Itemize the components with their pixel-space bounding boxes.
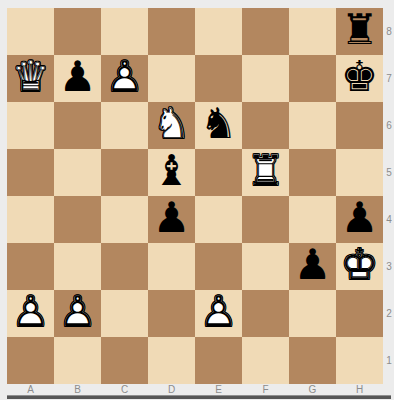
piece-white-king-h3[interactable]: ♚♔ (336, 243, 383, 290)
piece-white-pawn-a2[interactable]: ♟♙ (7, 290, 54, 337)
rank-labels: 87654321 (384, 8, 394, 384)
square-a1[interactable] (7, 337, 54, 384)
square-a8[interactable] (7, 8, 54, 55)
square-g4[interactable] (289, 196, 336, 243)
piece-white-pawn-e2[interactable]: ♟♙ (195, 290, 242, 337)
rank-label-8: 8 (384, 8, 394, 55)
square-b3[interactable] (54, 243, 101, 290)
square-b8[interactable] (54, 8, 101, 55)
square-g6[interactable] (289, 102, 336, 149)
square-a5[interactable] (7, 149, 54, 196)
square-c3[interactable] (101, 243, 148, 290)
file-label-e: E (195, 384, 242, 395)
rank-label-2: 2 (384, 290, 394, 337)
file-label-f: F (242, 384, 289, 395)
square-d5[interactable]: ♝ (148, 149, 195, 196)
rank-label-4: 4 (384, 196, 394, 243)
square-d7[interactable] (148, 55, 195, 102)
square-g8[interactable] (289, 8, 336, 55)
square-e7[interactable] (195, 55, 242, 102)
piece-black-pawn-b7[interactable]: ♟ (54, 55, 101, 102)
piece-glyph-outline: ♔ (341, 243, 379, 285)
square-h8[interactable]: ♜ (336, 8, 383, 55)
square-d2[interactable] (148, 290, 195, 337)
square-e5[interactable] (195, 149, 242, 196)
square-a2[interactable]: ♟♙ (7, 290, 54, 337)
file-label-h: H (336, 384, 383, 395)
square-g1[interactable] (289, 337, 336, 384)
square-e3[interactable] (195, 243, 242, 290)
piece-black-rook-h8[interactable]: ♜ (336, 8, 383, 55)
piece-glyph: ♝ (153, 149, 191, 191)
square-f1[interactable] (242, 337, 289, 384)
square-c2[interactable] (101, 290, 148, 337)
piece-white-pawn-b2[interactable]: ♟♙ (54, 290, 101, 337)
square-c6[interactable] (101, 102, 148, 149)
square-g5[interactable] (289, 149, 336, 196)
square-c4[interactable] (101, 196, 148, 243)
piece-glyph: ♞ (200, 102, 238, 144)
square-e1[interactable] (195, 337, 242, 384)
square-f2[interactable] (242, 290, 289, 337)
square-d6[interactable]: ♞♘ (148, 102, 195, 149)
square-g7[interactable] (289, 55, 336, 102)
piece-glyph: ♟ (153, 196, 191, 238)
square-a6[interactable] (7, 102, 54, 149)
square-e2[interactable]: ♟♙ (195, 290, 242, 337)
piece-glyph-outline: ♙ (12, 290, 50, 332)
piece-glyph: ♜ (341, 8, 379, 50)
piece-white-pawn-c7[interactable]: ♟♙ (101, 55, 148, 102)
piece-black-pawn-d4[interactable]: ♟ (148, 196, 195, 243)
piece-black-bishop-d5[interactable]: ♝ (148, 149, 195, 196)
square-d3[interactable] (148, 243, 195, 290)
square-d4[interactable]: ♟ (148, 196, 195, 243)
chess-page: ♜♛♕♟♟♙♚♞♘♞♝♜♖♟♟♟♚♔♟♙♟♙♟♙ 87654321 ABCDEF… (0, 0, 394, 400)
square-e4[interactable] (195, 196, 242, 243)
square-g3[interactable]: ♟ (289, 243, 336, 290)
square-d1[interactable] (148, 337, 195, 384)
rank-label-7: 7 (384, 55, 394, 102)
square-f8[interactable] (242, 8, 289, 55)
square-g2[interactable] (289, 290, 336, 337)
piece-glyph-outline: ♕ (12, 55, 50, 97)
file-label-a: A (7, 384, 54, 395)
square-c7[interactable]: ♟♙ (101, 55, 148, 102)
piece-white-queen-a7[interactable]: ♛♕ (7, 55, 54, 102)
file-label-g: G (289, 384, 336, 395)
rank-label-3: 3 (384, 243, 394, 290)
square-f5[interactable]: ♜♖ (242, 149, 289, 196)
square-f7[interactable] (242, 55, 289, 102)
square-h2[interactable] (336, 290, 383, 337)
file-label-b: B (54, 384, 101, 395)
piece-glyph: ♟ (294, 243, 332, 285)
file-label-c: C (101, 384, 148, 395)
square-a4[interactable] (7, 196, 54, 243)
square-c8[interactable] (101, 8, 148, 55)
square-h6[interactable] (336, 102, 383, 149)
square-b5[interactable] (54, 149, 101, 196)
piece-glyph-outline: ♙ (200, 290, 238, 332)
rank-label-1: 1 (384, 337, 394, 384)
piece-glyph: ♚ (341, 55, 379, 97)
piece-white-rook-f5[interactable]: ♜♖ (242, 149, 289, 196)
square-b4[interactable] (54, 196, 101, 243)
rank-label-5: 5 (384, 149, 394, 196)
rank-label-6: 6 (384, 102, 394, 149)
horizontal-scrollbar[interactable] (7, 395, 391, 399)
square-c1[interactable] (101, 337, 148, 384)
square-b6[interactable] (54, 102, 101, 149)
square-h3[interactable]: ♚♔ (336, 243, 383, 290)
piece-glyph: ♟ (341, 196, 379, 238)
square-a3[interactable] (7, 243, 54, 290)
square-f3[interactable] (242, 243, 289, 290)
square-d8[interactable] (148, 8, 195, 55)
piece-white-knight-d6[interactable]: ♞♘ (148, 102, 195, 149)
square-c5[interactable] (101, 149, 148, 196)
square-h4[interactable]: ♟ (336, 196, 383, 243)
piece-glyph: ♟ (59, 55, 97, 97)
piece-glyph-outline: ♙ (106, 55, 144, 97)
square-h7[interactable]: ♚ (336, 55, 383, 102)
file-label-d: D (148, 384, 195, 395)
square-e6[interactable]: ♞ (195, 102, 242, 149)
square-b1[interactable] (54, 337, 101, 384)
piece-black-king-h7[interactable]: ♚ (336, 55, 383, 102)
square-f4[interactable] (242, 196, 289, 243)
piece-black-knight-e6[interactable]: ♞ (195, 102, 242, 149)
chess-board: ♜♛♕♟♟♙♚♞♘♞♝♜♖♟♟♟♚♔♟♙♟♙♟♙ (7, 8, 383, 384)
square-b2[interactable]: ♟♙ (54, 290, 101, 337)
square-h1[interactable] (336, 337, 383, 384)
square-b7[interactable]: ♟ (54, 55, 101, 102)
piece-black-pawn-g3[interactable]: ♟ (289, 243, 336, 290)
square-h5[interactable] (336, 149, 383, 196)
piece-glyph-outline: ♘ (153, 102, 191, 144)
file-labels: ABCDEFGH (7, 384, 383, 395)
square-e8[interactable] (195, 8, 242, 55)
square-f6[interactable] (242, 102, 289, 149)
piece-glyph-outline: ♖ (247, 149, 285, 191)
square-a7[interactable]: ♛♕ (7, 55, 54, 102)
piece-black-pawn-h4[interactable]: ♟ (336, 196, 383, 243)
piece-glyph-outline: ♙ (59, 290, 97, 332)
